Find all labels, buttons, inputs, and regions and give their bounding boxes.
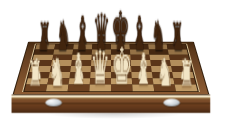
chess-board: ♜♞♝♛♚♝♞♜♟♟♟♟♟♟♟♟♟♟♟♟♟♟♟♟♜♞♝♛♚♝♞♜ [13,42,210,95]
board-inlay-border: ♜♞♝♛♚♝♞♜♟♟♟♟♟♟♟♟♟♟♟♟♟♟♟♟♜♞♝♛♚♝♞♜ [22,44,200,92]
square-h1[interactable]: ♜ [175,85,198,92]
chess-set-photo: ♜♞♝♛♚♝♞♜♟♟♟♟♟♟♟♟♟♟♟♟♟♟♟♟♜♞♝♛♚♝♞♜ [0,0,228,128]
board-squares: ♜♞♝♛♚♝♞♜♟♟♟♟♟♟♟♟♟♟♟♟♟♟♟♟♜♞♝♛♚♝♞♜ [24,44,197,91]
box-front-panel [12,94,211,113]
left-hinge [46,99,62,107]
right-hinge [164,99,180,107]
white-rook[interactable]: ♜ [172,57,201,92]
